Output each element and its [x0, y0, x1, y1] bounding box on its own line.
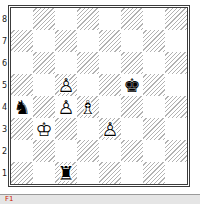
square-e4: [99, 96, 121, 118]
square-d2: [77, 140, 99, 162]
square-b3: ♔: [33, 118, 55, 140]
square-b6: [33, 52, 55, 74]
square-b1: [33, 162, 55, 184]
square-g8: [143, 8, 165, 30]
square-g7: [143, 30, 165, 52]
square-d8: [77, 8, 99, 30]
figure-caption-link[interactable]: F1: [5, 195, 13, 204]
square-b8: [33, 8, 55, 30]
square-d4: ♗: [77, 96, 99, 118]
square-f1: [121, 162, 143, 184]
status-bar: F1: [0, 194, 200, 204]
square-f3: [121, 118, 143, 140]
square-b4: [33, 96, 55, 118]
rank-label-6: 6: [0, 53, 7, 75]
square-c3: [55, 118, 77, 140]
black-knight: ♞: [11, 96, 33, 118]
white-pawn: ♙: [55, 74, 77, 96]
square-e7: [99, 30, 121, 52]
square-f6: [121, 52, 143, 74]
white-bishop: ♗: [77, 96, 99, 118]
square-h1: [165, 162, 187, 184]
square-d5: [77, 74, 99, 96]
square-d6: [77, 52, 99, 74]
square-f2: [121, 140, 143, 162]
square-a6: [11, 52, 33, 74]
square-d3: [77, 118, 99, 140]
chess-board-frame: ♙♚♞♙♗♔♙♜: [8, 5, 190, 187]
square-e5: [99, 74, 121, 96]
white-pawn: ♙: [55, 96, 77, 118]
square-h6: [165, 52, 187, 74]
square-b2: [33, 140, 55, 162]
square-c1: ♜: [55, 162, 77, 184]
square-a8: [11, 8, 33, 30]
square-b5: [33, 74, 55, 96]
square-g2: [143, 140, 165, 162]
square-h2: [165, 140, 187, 162]
square-e3: ♙: [99, 118, 121, 140]
square-f7: [121, 30, 143, 52]
square-a3: [11, 118, 33, 140]
square-g5: [143, 74, 165, 96]
square-h4: [165, 96, 187, 118]
rank-label-3: 3: [0, 119, 7, 141]
black-king: ♚: [121, 74, 143, 96]
rank-label-8: 8: [0, 9, 7, 31]
square-c7: [55, 30, 77, 52]
square-g6: [143, 52, 165, 74]
square-a1: [11, 162, 33, 184]
square-a2: [11, 140, 33, 162]
rank-label-7: 7: [0, 31, 7, 53]
white-king: ♔: [33, 118, 55, 140]
chess-board: ♙♚♞♙♗♔♙♜: [10, 7, 188, 185]
square-e8: [99, 8, 121, 30]
square-f4: [121, 96, 143, 118]
square-f8: [121, 8, 143, 30]
square-a7: [11, 30, 33, 52]
square-h3: [165, 118, 187, 140]
rank-label-1: 1: [0, 163, 7, 185]
square-b7: [33, 30, 55, 52]
square-c2: [55, 140, 77, 162]
rank-label-2: 2: [0, 141, 7, 163]
square-c4: ♙: [55, 96, 77, 118]
square-a5: [11, 74, 33, 96]
square-g1: [143, 162, 165, 184]
white-pawn: ♙: [99, 118, 121, 140]
square-d7: [77, 30, 99, 52]
black-rook: ♜: [55, 162, 77, 184]
square-h5: [165, 74, 187, 96]
square-h7: [165, 30, 187, 52]
square-c8: [55, 8, 77, 30]
square-c6: [55, 52, 77, 74]
square-e6: [99, 52, 121, 74]
rank-labels: 8 7 6 5 4 3 2 1: [0, 9, 7, 185]
rank-label-5: 5: [0, 75, 7, 97]
square-h8: [165, 8, 187, 30]
square-g4: [143, 96, 165, 118]
square-e1: [99, 162, 121, 184]
square-c5: ♙: [55, 74, 77, 96]
square-a4: ♞: [11, 96, 33, 118]
square-g3: [143, 118, 165, 140]
square-f5: ♚: [121, 74, 143, 96]
rank-label-4: 4: [0, 97, 7, 119]
square-e2: [99, 140, 121, 162]
square-d1: [77, 162, 99, 184]
